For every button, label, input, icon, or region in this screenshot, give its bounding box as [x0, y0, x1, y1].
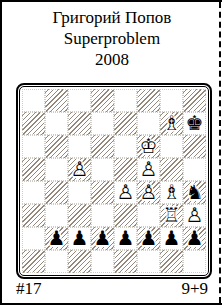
square-b6 — [45, 135, 68, 158]
square-e2: ♟ — [114, 227, 137, 250]
square-a1 — [22, 250, 45, 273]
square-d5 — [91, 158, 114, 181]
square-b4 — [45, 181, 68, 204]
square-f7 — [137, 112, 160, 135]
square-b5 — [45, 158, 68, 181]
square-b7 — [45, 112, 68, 135]
board-grid: ♗♚♔♙♙♙♙♗♞♖♙♟♟♟♟♟♟♟ — [22, 89, 206, 273]
square-f3 — [137, 204, 160, 227]
square-b2: ♟ — [45, 227, 68, 250]
piece-wB-g7: ♗ — [163, 112, 181, 135]
square-g6 — [160, 135, 183, 158]
square-d1 — [91, 250, 114, 273]
square-g7: ♗ — [160, 112, 183, 135]
author-name: Григорий Попов — [2, 7, 222, 28]
piece-bP-g2: ♟ — [163, 227, 181, 250]
square-a8 — [22, 89, 45, 112]
square-d3 — [91, 204, 114, 227]
square-f2: ♟ — [137, 227, 160, 250]
caption: #17 9+9 — [2, 277, 222, 301]
square-g3: ♖ — [160, 204, 183, 227]
square-a7 — [22, 112, 45, 135]
square-g8 — [160, 89, 183, 112]
square-d8 — [91, 89, 114, 112]
piece-wP-f5: ♙ — [140, 158, 158, 181]
square-c8 — [68, 89, 91, 112]
year: 2008 — [2, 49, 222, 70]
square-h3: ♙ — [183, 204, 206, 227]
square-g5 — [160, 158, 183, 181]
square-c5: ♙ — [68, 158, 91, 181]
square-c3 — [68, 204, 91, 227]
square-f8 — [137, 89, 160, 112]
square-h6 — [183, 135, 206, 158]
stipulation-label: #17 — [16, 277, 42, 301]
source-name: Superproblem — [2, 28, 222, 49]
square-e1 — [114, 250, 137, 273]
piece-wP-f4: ♙ — [140, 181, 158, 204]
square-g1 — [160, 250, 183, 273]
dashed-right-border — [219, 2, 221, 303]
piece-wP-h3: ♙ — [186, 204, 204, 227]
square-e6 — [114, 135, 137, 158]
square-c4 — [68, 181, 91, 204]
square-e4: ♙ — [114, 181, 137, 204]
square-h1 — [183, 250, 206, 273]
square-c6 — [68, 135, 91, 158]
piece-wP-e4: ♙ — [117, 181, 135, 204]
piece-bP-f2: ♟ — [140, 227, 158, 250]
board-frame-inner: ♗♚♔♙♙♙♙♗♞♖♙♟♟♟♟♟♟♟ — [19, 86, 209, 276]
square-g4: ♗ — [160, 181, 183, 204]
square-c7 — [68, 112, 91, 135]
piece-wP-c5: ♙ — [71, 158, 89, 181]
square-d4 — [91, 181, 114, 204]
square-a6 — [22, 135, 45, 158]
square-f1 — [137, 250, 160, 273]
square-e5 — [114, 158, 137, 181]
square-f5: ♙ — [137, 158, 160, 181]
square-d6 — [91, 135, 114, 158]
square-b8 — [45, 89, 68, 112]
piece-bK-h7: ♚ — [186, 112, 204, 135]
piece-bP-b2: ♟ — [48, 227, 66, 250]
square-f4: ♙ — [137, 181, 160, 204]
problem-card: Григорий Попов Superproblem 2008 ♗♚♔♙♙♙♙… — [0, 0, 222, 305]
square-d7 — [91, 112, 114, 135]
piece-bP-e2: ♟ — [117, 227, 135, 250]
square-h5 — [183, 158, 206, 181]
square-c1 — [68, 250, 91, 273]
square-e7 — [114, 112, 137, 135]
square-c2: ♟ — [68, 227, 91, 250]
square-a3 — [22, 204, 45, 227]
piece-bN-h4: ♞ — [186, 181, 204, 204]
piece-wB-g4: ♗ — [163, 181, 181, 204]
square-h7: ♚ — [183, 112, 206, 135]
board-frame: ♗♚♔♙♙♙♙♗♞♖♙♟♟♟♟♟♟♟ — [16, 83, 212, 279]
square-h2: ♟ — [183, 227, 206, 250]
square-a5 — [22, 158, 45, 181]
header: Григорий Попов Superproblem 2008 — [2, 2, 222, 70]
square-a2 — [22, 227, 45, 250]
square-b1 — [45, 250, 68, 273]
square-b3 — [45, 204, 68, 227]
square-f6: ♔ — [137, 135, 160, 158]
piece-bP-h2: ♟ — [186, 227, 204, 250]
square-h8 — [183, 89, 206, 112]
square-e8 — [114, 89, 137, 112]
square-e3 — [114, 204, 137, 227]
square-g2: ♟ — [160, 227, 183, 250]
piece-bP-c2: ♟ — [71, 227, 89, 250]
piece-bP-d2: ♟ — [94, 227, 112, 250]
material-count-label: 9+9 — [181, 277, 208, 301]
square-d2: ♟ — [91, 227, 114, 250]
piece-wK-f6: ♔ — [140, 135, 158, 158]
square-h4: ♞ — [183, 181, 206, 204]
square-a4 — [22, 181, 45, 204]
piece-wR-g3: ♖ — [163, 204, 181, 227]
